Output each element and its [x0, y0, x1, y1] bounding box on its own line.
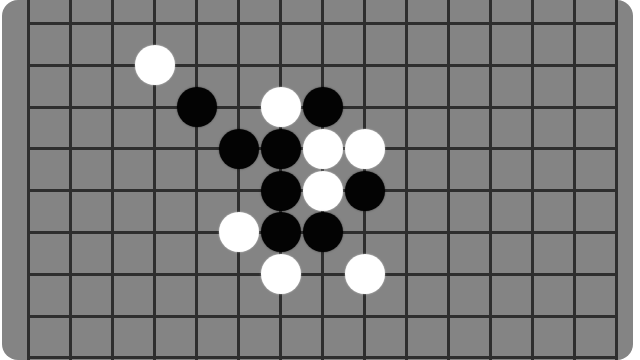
white-stone — [135, 45, 175, 85]
white-stone — [303, 171, 343, 211]
black-stone — [303, 87, 343, 127]
black-stone — [177, 87, 217, 127]
grid-line-vertical — [447, 0, 450, 360]
grid-line-vertical — [615, 0, 618, 360]
grid-line-horizontal — [27, 22, 618, 25]
grid-line-vertical — [69, 0, 72, 360]
white-stone — [345, 254, 385, 294]
grid-line-vertical — [489, 0, 492, 360]
grid-line-vertical — [27, 0, 30, 360]
grid-line-horizontal — [27, 273, 618, 276]
grid-line-vertical — [405, 0, 408, 360]
black-stone — [219, 129, 259, 169]
grid-line-vertical — [573, 0, 576, 360]
white-stone — [345, 129, 385, 169]
black-stone — [345, 171, 385, 211]
grid-line-vertical — [111, 0, 114, 360]
white-stone — [261, 254, 301, 294]
black-stone — [261, 171, 301, 211]
black-stone — [261, 212, 301, 252]
gomoku-board[interactable] — [2, 0, 633, 360]
gomoku-app — [0, 0, 640, 360]
grid-line-vertical — [237, 0, 240, 360]
black-stone — [261, 129, 301, 169]
grid-line-horizontal — [27, 64, 618, 67]
grid-line-vertical — [531, 0, 534, 360]
grid-line-vertical — [195, 0, 198, 360]
black-stone — [303, 212, 343, 252]
white-stone — [261, 87, 301, 127]
white-stone — [219, 212, 259, 252]
white-stone — [303, 129, 343, 169]
grid-line-horizontal — [27, 315, 618, 318]
grid-line-horizontal — [27, 356, 618, 359]
